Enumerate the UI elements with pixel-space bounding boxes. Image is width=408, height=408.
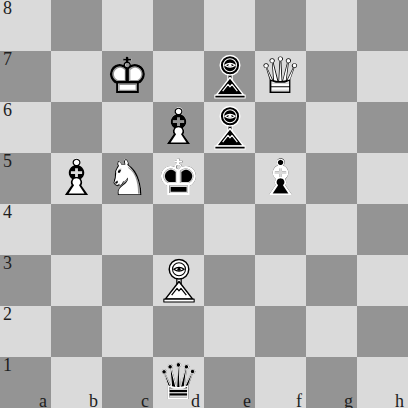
- piece-black-king-d5[interactable]: ♚♔: [153, 153, 204, 204]
- piece-white-king-c7[interactable]: ♚♔: [102, 51, 153, 102]
- file-label-a: a: [39, 392, 47, 408]
- square-b3[interactable]: [51, 255, 102, 306]
- square-f5[interactable]: ♝♗: [255, 153, 306, 204]
- square-d4[interactable]: [153, 204, 204, 255]
- rank-label-5: 5: [3, 152, 12, 171]
- square-c3[interactable]: [102, 255, 153, 306]
- square-c4[interactable]: [102, 204, 153, 255]
- black-bishop-glyph-outline: ♗: [255, 153, 306, 204]
- square-c8[interactable]: [102, 0, 153, 51]
- square-g1[interactable]: g: [306, 357, 357, 408]
- white-ornate-pawn-glyph: [160, 258, 198, 303]
- square-h4[interactable]: [357, 204, 408, 255]
- black-king-glyph-outline: ♔: [153, 153, 204, 204]
- square-f7[interactable]: ♛♕: [255, 51, 306, 102]
- square-g3[interactable]: [306, 255, 357, 306]
- piece-black-pawn-e6[interactable]: [204, 102, 255, 153]
- square-e4[interactable]: [204, 204, 255, 255]
- black-ornate-pawn-glyph: [211, 105, 249, 150]
- square-e8[interactable]: [204, 0, 255, 51]
- square-b8[interactable]: [51, 0, 102, 51]
- square-a2[interactable]: 2: [0, 306, 51, 357]
- square-g4[interactable]: [306, 204, 357, 255]
- square-e5[interactable]: [204, 153, 255, 204]
- square-a8[interactable]: 8: [0, 0, 51, 51]
- rank-label-7: 7: [3, 50, 12, 69]
- square-f6[interactable]: [255, 102, 306, 153]
- square-d8[interactable]: [153, 0, 204, 51]
- piece-white-bishop-d6[interactable]: ♝♗: [153, 102, 204, 153]
- file-label-h: h: [395, 392, 404, 408]
- square-d2[interactable]: [153, 306, 204, 357]
- rank-label-1: 1: [3, 356, 12, 375]
- file-label-f: f: [296, 392, 302, 408]
- square-e2[interactable]: [204, 306, 255, 357]
- piece-white-bishop-b5[interactable]: ♝♗: [51, 153, 102, 204]
- square-e6[interactable]: [204, 102, 255, 153]
- white-bishop-glyph-outline: ♗: [51, 153, 102, 204]
- square-b5[interactable]: ♝♗: [51, 153, 102, 204]
- square-b4[interactable]: [51, 204, 102, 255]
- square-h1[interactable]: h: [357, 357, 408, 408]
- square-d5[interactable]: ♚♔: [153, 153, 204, 204]
- square-g2[interactable]: [306, 306, 357, 357]
- square-h5[interactable]: [357, 153, 408, 204]
- file-label-c: c: [141, 392, 149, 408]
- square-a1[interactable]: 1a: [0, 357, 51, 408]
- white-king-glyph-outline: ♔: [102, 51, 153, 102]
- chess-board: 87♚♔♛♕6♝♗5♝♗♞♘♚♔♝♗4321abcd♛♕efgh: [0, 0, 408, 408]
- piece-black-pawn-e7[interactable]: [204, 51, 255, 102]
- square-a6[interactable]: 6: [0, 102, 51, 153]
- file-label-g: g: [344, 392, 353, 408]
- rank-label-2: 2: [3, 305, 12, 324]
- square-h7[interactable]: [357, 51, 408, 102]
- square-g6[interactable]: [306, 102, 357, 153]
- square-d3[interactable]: [153, 255, 204, 306]
- rank-label-6: 6: [3, 101, 12, 120]
- square-a5[interactable]: 5: [0, 153, 51, 204]
- square-a7[interactable]: 7: [0, 51, 51, 102]
- square-e7[interactable]: [204, 51, 255, 102]
- square-e3[interactable]: [204, 255, 255, 306]
- black-ornate-pawn-glyph: [211, 54, 249, 99]
- rank-label-3: 3: [3, 254, 12, 273]
- square-d1[interactable]: d♛♕: [153, 357, 204, 408]
- piece-white-queen-f7[interactable]: ♛♕: [255, 51, 306, 102]
- square-h6[interactable]: [357, 102, 408, 153]
- square-b6[interactable]: [51, 102, 102, 153]
- square-b7[interactable]: [51, 51, 102, 102]
- square-c5[interactable]: ♞♘: [102, 153, 153, 204]
- white-knight-glyph-outline: ♘: [102, 153, 153, 204]
- square-g5[interactable]: [306, 153, 357, 204]
- square-f3[interactable]: [255, 255, 306, 306]
- square-h3[interactable]: [357, 255, 408, 306]
- square-c1[interactable]: c: [102, 357, 153, 408]
- square-e1[interactable]: e: [204, 357, 255, 408]
- square-g8[interactable]: [306, 0, 357, 51]
- rank-label-4: 4: [3, 203, 12, 222]
- file-label-b: b: [89, 392, 98, 408]
- file-label-e: e: [243, 392, 251, 408]
- square-f4[interactable]: [255, 204, 306, 255]
- rank-label-8: 8: [3, 0, 12, 18]
- square-b2[interactable]: [51, 306, 102, 357]
- file-label-d: d: [191, 392, 200, 408]
- white-bishop-glyph-outline: ♗: [153, 102, 204, 153]
- square-g7[interactable]: [306, 51, 357, 102]
- white-queen-glyph-outline: ♕: [255, 51, 306, 102]
- square-b1[interactable]: b: [51, 357, 102, 408]
- square-d7[interactable]: [153, 51, 204, 102]
- square-f8[interactable]: [255, 0, 306, 51]
- piece-white-pawn-d3[interactable]: [153, 255, 204, 306]
- square-f2[interactable]: [255, 306, 306, 357]
- square-f1[interactable]: f: [255, 357, 306, 408]
- square-c2[interactable]: [102, 306, 153, 357]
- square-a4[interactable]: 4: [0, 204, 51, 255]
- square-d6[interactable]: ♝♗: [153, 102, 204, 153]
- square-c6[interactable]: [102, 102, 153, 153]
- chess-diagram: 87♚♔♛♕6♝♗5♝♗♞♘♚♔♝♗4321abcd♛♕efgh: [0, 0, 408, 408]
- piece-black-bishop-f5[interactable]: ♝♗: [255, 153, 306, 204]
- piece-white-knight-c5[interactable]: ♞♘: [102, 153, 153, 204]
- square-h2[interactable]: [357, 306, 408, 357]
- square-c7[interactable]: ♚♔: [102, 51, 153, 102]
- square-h8[interactable]: [357, 0, 408, 51]
- square-a3[interactable]: 3: [0, 255, 51, 306]
